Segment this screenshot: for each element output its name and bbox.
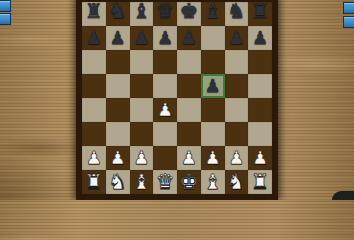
piece-black-knight: ♞: [227, 0, 246, 23]
square-f8[interactable]: ♝: [201, 2, 225, 26]
toolbar-button-top-right-1[interactable]: [343, 2, 354, 14]
square-f7[interactable]: [201, 26, 225, 50]
piece-white-knight: ♞: [108, 170, 127, 194]
square-b3[interactable]: [106, 122, 130, 146]
piece-white-pawn: ♟: [181, 146, 197, 170]
piece-black-rook: ♜: [251, 0, 270, 23]
square-a6[interactable]: [82, 50, 106, 74]
square-g4[interactable]: [225, 98, 249, 122]
square-a8[interactable]: ♜: [82, 2, 106, 26]
square-h8[interactable]: ♜: [248, 2, 272, 26]
piece-black-pawn: ♟: [181, 26, 197, 50]
square-c2[interactable]: ♟: [130, 146, 154, 170]
square-d3[interactable]: [153, 122, 177, 146]
square-f4[interactable]: [201, 98, 225, 122]
square-c8[interactable]: ♝: [130, 2, 154, 26]
square-d2[interactable]: [153, 146, 177, 170]
piece-white-pawn: ♟: [86, 146, 102, 170]
square-e4[interactable]: [177, 98, 201, 122]
toolbar-button-top-left-1[interactable]: [0, 0, 11, 12]
square-h7[interactable]: ♟: [248, 26, 272, 50]
square-b8[interactable]: ♞: [106, 2, 130, 26]
square-b1[interactable]: ♞: [106, 170, 130, 194]
square-g3[interactable]: [225, 122, 249, 146]
piece-black-bishop: ♝: [203, 0, 222, 23]
piece-white-rook: ♜: [84, 170, 103, 194]
chess-board[interactable]: ♜♞♝♛♚♝♞♜♟♟♟♟♟♟♟♟♟♟♟♟♟♟♟♟♜♞♝♛♚♝♞♜: [82, 2, 272, 194]
piece-white-pawn: ♟: [157, 98, 173, 122]
chess-board-frame: ♜♞♝♛♚♝♞♜♟♟♟♟♟♟♟♟♟♟♟♟♟♟♟♟♜♞♝♛♚♝♞♜: [76, 0, 278, 200]
square-b4[interactable]: [106, 98, 130, 122]
square-g8[interactable]: ♞: [225, 2, 249, 26]
square-e2[interactable]: ♟: [177, 146, 201, 170]
square-d4[interactable]: ♟: [153, 98, 177, 122]
square-c3[interactable]: [130, 122, 154, 146]
square-a5[interactable]: [82, 74, 106, 98]
square-g1[interactable]: ♞: [225, 170, 249, 194]
piece-black-pawn: ♟: [110, 26, 126, 50]
square-e5[interactable]: [177, 74, 201, 98]
square-d5[interactable]: [153, 74, 177, 98]
piece-white-rook: ♜: [251, 170, 270, 194]
square-c7[interactable]: ♟: [130, 26, 154, 50]
piece-white-knight: ♞: [227, 170, 246, 194]
square-f6[interactable]: [201, 50, 225, 74]
square-b5[interactable]: [106, 74, 130, 98]
square-g2[interactable]: ♟: [225, 146, 249, 170]
piece-white-pawn: ♟: [133, 146, 149, 170]
piece-black-pawn: ♟: [157, 26, 173, 50]
square-g6[interactable]: [225, 50, 249, 74]
square-b7[interactable]: ♟: [106, 26, 130, 50]
square-e7[interactable]: ♟: [177, 26, 201, 50]
square-h1[interactable]: ♜: [248, 170, 272, 194]
square-f2[interactable]: ♟: [201, 146, 225, 170]
square-d6[interactable]: [153, 50, 177, 74]
piece-black-rook: ♜: [84, 0, 103, 23]
square-d1[interactable]: ♛: [153, 170, 177, 194]
square-h6[interactable]: [248, 50, 272, 74]
square-a7[interactable]: ♟: [82, 26, 106, 50]
square-e3[interactable]: [177, 122, 201, 146]
piece-black-pawn: ♟: [252, 26, 268, 50]
square-b2[interactable]: ♟: [106, 146, 130, 170]
square-e8[interactable]: ♚: [177, 2, 201, 26]
square-h3[interactable]: [248, 122, 272, 146]
square-f5[interactable]: ♟: [201, 74, 225, 98]
square-a1[interactable]: ♜: [82, 170, 106, 194]
square-h4[interactable]: [248, 98, 272, 122]
piece-black-king: ♚: [179, 0, 198, 23]
square-c4[interactable]: [130, 98, 154, 122]
square-d8[interactable]: ♛: [153, 2, 177, 26]
square-h5[interactable]: [248, 74, 272, 98]
square-g5[interactable]: [225, 74, 249, 98]
square-e6[interactable]: [177, 50, 201, 74]
piece-black-queen: ♛: [156, 0, 175, 23]
piece-white-pawn: ♟: [252, 146, 268, 170]
square-b6[interactable]: [106, 50, 130, 74]
square-d7[interactable]: ♟: [153, 26, 177, 50]
piece-black-pawn: ♟: [86, 26, 102, 50]
toolbar-button-top-left-2[interactable]: [0, 13, 11, 25]
piece-white-pawn: ♟: [110, 146, 126, 170]
square-f1[interactable]: ♝: [201, 170, 225, 194]
piece-white-queen: ♛: [156, 170, 175, 194]
piece-white-king: ♚: [179, 170, 198, 194]
square-h2[interactable]: ♟: [248, 146, 272, 170]
piece-black-bishop: ♝: [132, 0, 151, 23]
square-a2[interactable]: ♟: [82, 146, 106, 170]
square-e1[interactable]: ♚: [177, 170, 201, 194]
square-a3[interactable]: [82, 122, 106, 146]
square-a4[interactable]: [82, 98, 106, 122]
piece-black-knight: ♞: [108, 0, 127, 23]
piece-white-bishop: ♝: [132, 170, 151, 194]
square-c6[interactable]: [130, 50, 154, 74]
piece-black-pawn: ♟: [133, 26, 149, 50]
piece-white-pawn: ♟: [228, 146, 244, 170]
piece-black-pawn: ♟: [205, 74, 221, 98]
rounded-screen-corner: [332, 191, 354, 200]
piece-white-pawn: ♟: [205, 146, 221, 170]
square-f3[interactable]: [201, 122, 225, 146]
piece-black-pawn: ♟: [228, 26, 244, 50]
square-c1[interactable]: ♝: [130, 170, 154, 194]
toolbar-button-top-right-2[interactable]: [343, 16, 354, 28]
piece-white-bishop: ♝: [203, 170, 222, 194]
square-c5[interactable]: [130, 74, 154, 98]
square-g7[interactable]: ♟: [225, 26, 249, 50]
